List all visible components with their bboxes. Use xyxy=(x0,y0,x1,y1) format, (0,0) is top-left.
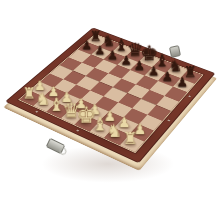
chess-set-product-photo[interactable]: ♜♞♝♛♚♝♞♜♟♟♟♟♟♟♟♟♟♟♟♟♟♟♟♟♜♞♝♛♚♝♞♜ xyxy=(0,0,222,222)
piece-white-rook-h1: ♜ xyxy=(121,130,139,147)
screw-icon xyxy=(167,119,170,121)
square-h6 xyxy=(164,87,187,102)
square-h7: ♟ xyxy=(172,78,194,92)
screw-icon xyxy=(76,129,79,131)
screw-icon xyxy=(35,111,38,113)
piece-black-pawn-h7: ♟ xyxy=(174,75,190,88)
screw-icon xyxy=(188,95,191,97)
metal-ring-icon xyxy=(169,45,181,58)
